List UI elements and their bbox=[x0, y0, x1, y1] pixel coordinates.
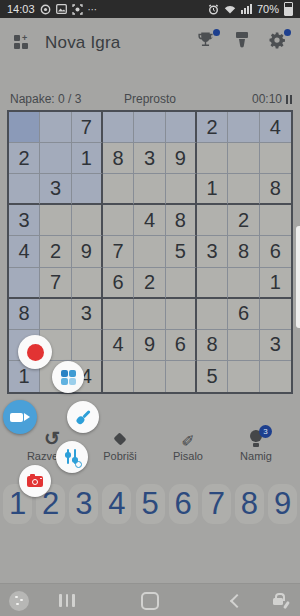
cell-r7c2[interactable] bbox=[40, 299, 71, 330]
signal-icon bbox=[241, 4, 252, 14]
cell-r6c1[interactable] bbox=[9, 268, 40, 299]
undo-icon: ↺ bbox=[44, 429, 60, 448]
cell-r1c9[interactable]: 4 bbox=[260, 112, 291, 143]
cell-r1c4[interactable] bbox=[103, 112, 134, 143]
cell-r8c9[interactable]: 3 bbox=[260, 330, 291, 361]
cell-r7c3[interactable]: 3 bbox=[72, 299, 103, 330]
cell-r1c3[interactable]: 7 bbox=[72, 112, 103, 143]
cell-r2c3[interactable]: 1 bbox=[72, 143, 103, 174]
cell-r3c8[interactable] bbox=[228, 174, 259, 205]
settings-badge-dot bbox=[284, 29, 291, 36]
battery-percent: 70% bbox=[257, 3, 279, 15]
eraser-icon bbox=[113, 432, 126, 445]
cell-r5c8[interactable]: 8 bbox=[228, 236, 259, 267]
cell-r3c4[interactable] bbox=[103, 174, 134, 205]
edge-panel-handle[interactable] bbox=[296, 226, 300, 328]
cell-r4c8[interactable]: 2 bbox=[228, 205, 259, 236]
numpad-key-4[interactable]: 4 bbox=[102, 484, 131, 524]
cell-r4c7[interactable] bbox=[197, 205, 228, 236]
cell-r2c7[interactable] bbox=[197, 143, 228, 174]
screenshot-icon bbox=[72, 4, 83, 15]
cell-r6c2[interactable]: 7 bbox=[40, 268, 71, 299]
alarm-icon bbox=[208, 4, 219, 15]
cell-r4c3[interactable] bbox=[72, 205, 103, 236]
cell-r9c7[interactable]: 5 bbox=[197, 361, 228, 392]
cell-r7c8[interactable]: 6 bbox=[228, 299, 259, 330]
cell-r3c9[interactable]: 8 bbox=[260, 174, 291, 205]
cell-r7c7[interactable] bbox=[197, 299, 228, 330]
cell-r8c5[interactable]: 9 bbox=[134, 330, 165, 361]
cell-r5c3[interactable]: 9 bbox=[72, 236, 103, 267]
cell-r9c8[interactable] bbox=[228, 361, 259, 392]
cell-r5c7[interactable]: 3 bbox=[197, 236, 228, 267]
numpad-key-8[interactable]: 8 bbox=[235, 484, 264, 524]
cell-r1c5[interactable] bbox=[134, 112, 165, 143]
cell-r3c3[interactable] bbox=[72, 174, 103, 205]
record-dot-icon bbox=[27, 344, 44, 361]
dashboard-new-game-icon[interactable]: + bbox=[14, 35, 29, 50]
cell-r3c7[interactable]: 1 bbox=[197, 174, 228, 205]
clock-time: 14:03 bbox=[7, 3, 35, 15]
cell-r3c2[interactable]: 3 bbox=[40, 174, 71, 205]
cell-r6c9[interactable]: 1 bbox=[260, 268, 291, 299]
cell-r7c1[interactable]: 8 bbox=[9, 299, 40, 330]
cell-r8c4[interactable]: 4 bbox=[103, 330, 134, 361]
cell-r4c1[interactable]: 3 bbox=[9, 205, 40, 236]
cell-r2c2[interactable] bbox=[40, 143, 71, 174]
erase-button[interactable]: Pobriši bbox=[86, 429, 154, 471]
sudoku-app-screen: 14:03 ⋯ 70% bbox=[0, 0, 300, 616]
cell-r9c4[interactable] bbox=[103, 361, 134, 392]
cell-r5c9[interactable]: 6 bbox=[260, 236, 291, 267]
wifi-icon bbox=[224, 5, 236, 14]
cell-r7c9[interactable] bbox=[260, 299, 291, 330]
timer-value: 00:10 bbox=[252, 92, 282, 106]
cell-r7c5[interactable] bbox=[134, 299, 165, 330]
battery-icon bbox=[284, 2, 293, 16]
cell-r6c3[interactable] bbox=[72, 268, 103, 299]
home-button[interactable] bbox=[138, 584, 162, 616]
cell-r7c4[interactable] bbox=[103, 299, 134, 330]
videocam-button[interactable] bbox=[3, 400, 37, 434]
cell-r5c4[interactable]: 7 bbox=[103, 236, 134, 267]
paintbrush-icon bbox=[70, 404, 95, 429]
game-info-row: Napake: 0 / 3 Preprosto 00:10 bbox=[0, 92, 300, 107]
recorder-settings-button[interactable] bbox=[56, 441, 88, 473]
numpad-key-9[interactable]: 9 bbox=[268, 484, 297, 524]
videocam-icon bbox=[10, 413, 23, 422]
cell-r1c2[interactable] bbox=[40, 112, 71, 143]
app-bar: + Nova Igra bbox=[0, 18, 300, 76]
cell-r2c9[interactable] bbox=[260, 143, 291, 174]
navigation-bar bbox=[0, 583, 300, 616]
cell-r2c4[interactable]: 8 bbox=[103, 143, 134, 174]
recents-button[interactable] bbox=[55, 584, 79, 616]
numpad-key-5[interactable]: 5 bbox=[136, 484, 165, 524]
cell-r1c8[interactable] bbox=[228, 112, 259, 143]
cell-r3c5[interactable] bbox=[134, 174, 165, 205]
cell-r9c6[interactable] bbox=[166, 361, 197, 392]
cell-r4c9[interactable] bbox=[260, 205, 291, 236]
cell-r3c1[interactable] bbox=[9, 174, 40, 205]
cell-r5c2[interactable]: 2 bbox=[40, 236, 71, 267]
cell-r7c6[interactable] bbox=[166, 299, 197, 330]
screen-record-icon bbox=[40, 4, 51, 15]
cell-r3c6[interactable] bbox=[166, 174, 197, 205]
brush-button[interactable] bbox=[67, 401, 99, 433]
cell-r6c8[interactable] bbox=[228, 268, 259, 299]
cell-r5c5[interactable] bbox=[134, 236, 165, 267]
cell-r6c6[interactable] bbox=[166, 268, 197, 299]
cell-r2c8[interactable] bbox=[228, 143, 259, 174]
cell-r4c5[interactable]: 4 bbox=[134, 205, 165, 236]
pause-button[interactable] bbox=[286, 95, 292, 104]
cell-r1c1[interactable] bbox=[9, 112, 40, 143]
cell-r9c9[interactable] bbox=[260, 361, 291, 392]
notification-overflow-icon: ⋯ bbox=[88, 4, 99, 15]
trophy-badge-dot bbox=[213, 29, 220, 36]
cell-r4c4[interactable] bbox=[103, 205, 134, 236]
cell-r6c7[interactable] bbox=[197, 268, 228, 299]
record-button[interactable] bbox=[18, 335, 52, 369]
cell-r6c4[interactable]: 6 bbox=[103, 268, 134, 299]
numpad-key-7[interactable]: 7 bbox=[202, 484, 231, 524]
overlay-menu-button[interactable] bbox=[52, 361, 84, 393]
page-title: Nova Igra bbox=[45, 33, 121, 53]
cell-r4c2[interactable] bbox=[40, 205, 71, 236]
cell-r2c6[interactable]: 9 bbox=[166, 143, 197, 174]
cell-r9c5[interactable] bbox=[134, 361, 165, 392]
settings-gear-button[interactable] bbox=[268, 31, 290, 53]
pencil-icon: ✎ bbox=[181, 431, 194, 447]
back-button[interactable] bbox=[223, 584, 247, 616]
cell-r8c6[interactable]: 6 bbox=[166, 330, 197, 361]
game-toolbar: ↺ Razveljavi Pobriši ✎ Pisalo 3 Namig bbox=[0, 429, 300, 471]
hint-button[interactable]: 3 Namig bbox=[222, 429, 290, 471]
numpad-key-3[interactable]: 3 bbox=[69, 484, 98, 524]
touch-lock-icon[interactable] bbox=[269, 584, 293, 616]
cell-r2c5[interactable]: 3 bbox=[134, 143, 165, 174]
grid-icon bbox=[61, 370, 76, 385]
hint-count-badge: 3 bbox=[259, 425, 272, 438]
cell-r8c8[interactable] bbox=[228, 330, 259, 361]
cell-r2c1[interactable]: 2 bbox=[9, 143, 40, 174]
image-notification-icon bbox=[56, 4, 67, 14]
game-booster-icon[interactable] bbox=[7, 584, 31, 616]
cell-r4c6[interactable]: 8 bbox=[166, 205, 197, 236]
pencil-button[interactable]: ✎ Pisalo bbox=[154, 429, 222, 471]
cell-r1c6[interactable] bbox=[166, 112, 197, 143]
cell-r5c1[interactable]: 4 bbox=[9, 236, 40, 267]
cell-r6c5[interactable]: 2 bbox=[134, 268, 165, 299]
trophy-button[interactable] bbox=[197, 31, 219, 53]
cell-r8c7[interactable]: 8 bbox=[197, 330, 228, 361]
theme-brush-button[interactable] bbox=[235, 31, 257, 53]
numpad-key-6[interactable]: 6 bbox=[169, 484, 198, 524]
cell-r5c6[interactable]: 5 bbox=[166, 236, 197, 267]
status-bar: 14:03 ⋯ 70% bbox=[0, 0, 300, 18]
screenshot-camera-button[interactable] bbox=[19, 465, 51, 497]
cell-r1c7[interactable]: 2 bbox=[197, 112, 228, 143]
cell-r8c3[interactable] bbox=[72, 330, 103, 361]
